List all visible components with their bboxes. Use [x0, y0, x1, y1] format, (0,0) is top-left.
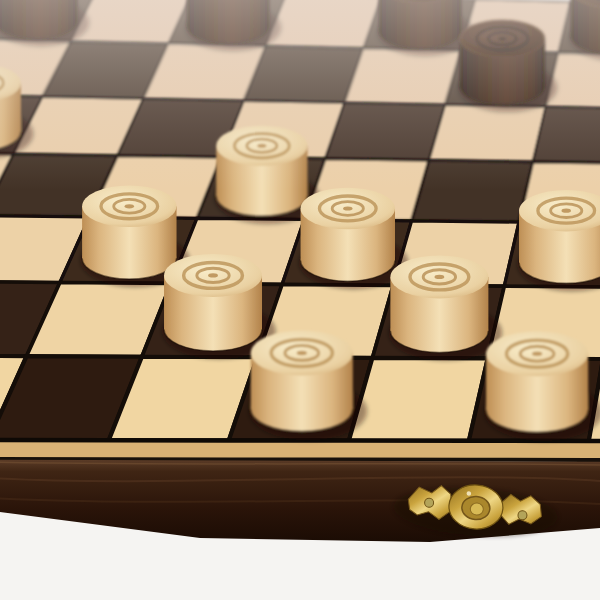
piece-light-r7-c4 — [249, 331, 367, 441]
piece-light-r6-c5 — [388, 255, 502, 360]
clasp-screw-left — [424, 498, 434, 508]
checkers-board — [0, 0, 600, 600]
frame-groove-inner — [0, 459, 600, 461]
checkers-photo-scene — [0, 0, 600, 600]
square-r7-c5 — [349, 358, 488, 441]
piece-light-r7-c6 — [484, 331, 600, 441]
clasp-screw-right — [518, 510, 528, 520]
piece-light-r5-c6 — [517, 190, 600, 292]
far-haze-overlay — [0, 0, 600, 190]
clasp-knob — [470, 503, 484, 516]
